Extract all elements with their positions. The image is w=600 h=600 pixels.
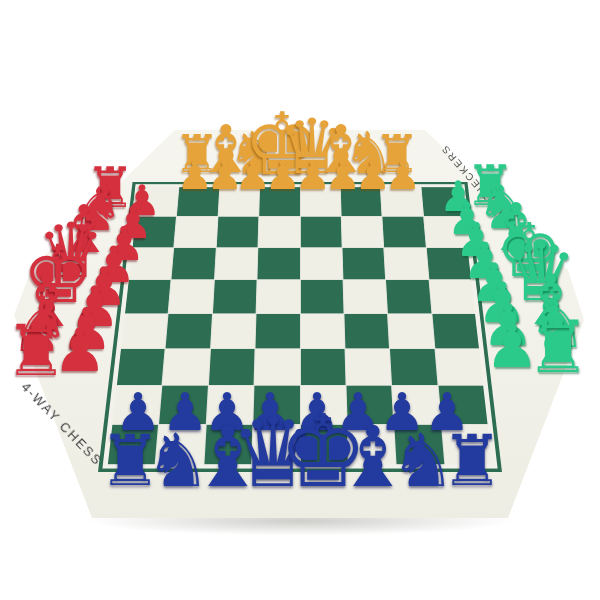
board-square[interactable] — [384, 248, 428, 280]
board-square[interactable] — [386, 280, 431, 313]
red-army-rook[interactable]: ♜ — [5, 316, 68, 386]
board-square[interactable] — [383, 217, 426, 247]
board-square[interactable] — [390, 349, 437, 385]
yellow-army-pawn[interactable]: ♟ — [385, 155, 421, 195]
board-square[interactable] — [342, 217, 384, 247]
board-square[interactable] — [213, 280, 257, 313]
board-square[interactable] — [172, 248, 216, 280]
board-square[interactable] — [175, 217, 218, 247]
board-square[interactable] — [258, 217, 299, 247]
board-square[interactable] — [166, 314, 212, 348]
board-square[interactable] — [344, 314, 389, 348]
board-square[interactable] — [432, 314, 479, 348]
board-square[interactable] — [215, 248, 258, 280]
board-square[interactable] — [257, 280, 300, 313]
board-square[interactable] — [300, 248, 342, 280]
board-square[interactable] — [117, 349, 165, 385]
board-square[interactable] — [345, 349, 391, 385]
board-square[interactable] — [435, 349, 483, 385]
board-square[interactable] — [300, 349, 345, 385]
board-square[interactable] — [388, 314, 434, 348]
board-square[interactable] — [211, 314, 256, 348]
board-square[interactable] — [256, 314, 300, 348]
blue-army-rook[interactable]: ♜ — [441, 426, 504, 496]
board-square[interactable] — [300, 280, 343, 313]
board-square[interactable] — [209, 349, 255, 385]
board-square[interactable] — [169, 280, 214, 313]
board-square[interactable] — [121, 314, 168, 348]
board-square[interactable] — [163, 349, 210, 385]
board-square[interactable] — [343, 280, 387, 313]
green-army-rook[interactable]: ♜ — [526, 311, 591, 383]
board-square[interactable] — [300, 217, 341, 247]
board-square[interactable] — [258, 248, 300, 280]
board-square[interactable] — [300, 314, 344, 348]
board-square[interactable] — [255, 349, 300, 385]
product-photo-scene: 4-WAY CHESS 4-WAY CHECKERS ♜♝♞♚♛♝♞♜♟♟♟♟♟… — [0, 0, 600, 600]
board-square[interactable] — [342, 248, 385, 280]
board-square[interactable] — [216, 217, 258, 247]
